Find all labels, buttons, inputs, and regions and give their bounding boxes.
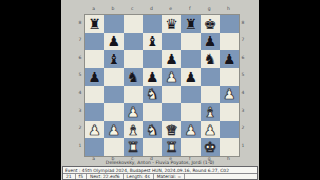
square-d6[interactable]	[143, 50, 162, 68]
square-c6[interactable]	[124, 50, 143, 68]
square-h4[interactable]: ♟	[220, 86, 239, 104]
black-pawn-piece: ♟	[108, 34, 121, 48]
black-knight-piece: ♞	[127, 70, 140, 84]
video-frame: abcdefgh abcdefgh 87654321 87654321 ♜♛♜♚…	[0, 0, 320, 180]
black-rook-piece: ♜	[185, 17, 198, 31]
rank-labels-right: 87654321	[240, 14, 246, 155]
square-a8[interactable]: ♜	[85, 15, 104, 33]
square-h3[interactable]	[220, 103, 239, 121]
square-b2[interactable]: ♟	[104, 121, 123, 139]
square-g8[interactable]: ♚	[201, 15, 220, 33]
rank-label-1: 1	[240, 137, 246, 155]
black-king-piece: ♚	[204, 17, 217, 31]
black-rook-piece: ♜	[88, 17, 101, 31]
file-labels-top: abcdefgh	[84, 7, 238, 12]
square-h1[interactable]	[220, 138, 239, 156]
square-f2[interactable]: ♟	[181, 121, 200, 139]
white-pawn-piece: ♟	[185, 123, 198, 137]
square-g3[interactable]: ♝	[201, 103, 220, 121]
event-line: Event : 45th Olympiad 2024, Budapest HUN…	[63, 167, 257, 174]
rank-label-4: 4	[77, 85, 83, 103]
rank-label-4: 4	[240, 85, 246, 103]
square-f7[interactable]	[181, 33, 200, 51]
square-a4[interactable]	[85, 86, 104, 104]
square-a3[interactable]	[85, 103, 104, 121]
square-e7[interactable]	[162, 33, 181, 51]
white-pawn-piece: ♟	[223, 87, 236, 101]
letterbox-right	[259, 0, 320, 180]
rank-label-7: 7	[240, 32, 246, 50]
white-pawn-piece: ♟	[127, 105, 140, 119]
black-queen-piece: ♛	[165, 17, 178, 31]
rank-label-1: 1	[77, 137, 83, 155]
rank-label-8: 8	[77, 14, 83, 32]
status-cell-3: Length: 4s	[124, 174, 154, 179]
square-a1[interactable]	[85, 138, 104, 156]
square-d8[interactable]	[143, 15, 162, 33]
white-pawn-piece: ♟	[108, 123, 121, 137]
square-e5[interactable]: ♟	[162, 68, 181, 86]
square-e2[interactable]: ♛	[162, 121, 181, 139]
square-f1[interactable]	[181, 138, 200, 156]
square-f3[interactable]	[181, 103, 200, 121]
game-info-box: Event : 45th Olympiad 2024, Budapest HUN…	[62, 166, 258, 180]
status-cell-2: Next: 22.exf6	[87, 174, 124, 179]
black-pawn-piece: ♟	[223, 52, 236, 66]
square-d2[interactable]: ♞	[143, 121, 162, 139]
square-b7[interactable]: ♟	[104, 33, 123, 51]
white-king-piece: ♚	[204, 140, 217, 154]
file-label-h: h	[219, 7, 238, 12]
black-bishop-piece: ♝	[146, 34, 159, 48]
rank-label-3: 3	[77, 102, 83, 120]
black-bishop-piece: ♝	[108, 52, 121, 66]
square-e1[interactable]: ♜	[162, 138, 181, 156]
players-line: Deleskovsky, Anton - Fluvia Poyatos, Jor…	[61, 160, 259, 165]
square-f8[interactable]: ♜	[181, 15, 200, 33]
status-cell-0: 21	[63, 174, 76, 179]
white-knight-piece: ♞	[146, 87, 159, 101]
status-cell-4: Material: =	[154, 174, 185, 179]
square-c4[interactable]	[124, 86, 143, 104]
black-pawn-piece: ♟	[146, 70, 159, 84]
black-pawn-piece: ♟	[204, 34, 217, 48]
file-label-b: b	[103, 7, 122, 12]
file-label-g: g	[200, 7, 219, 12]
square-a6[interactable]	[85, 50, 104, 68]
square-e3[interactable]	[162, 103, 181, 121]
white-knight-piece: ♞	[146, 123, 159, 137]
black-pawn-piece: ♟	[88, 70, 101, 84]
square-d3[interactable]	[143, 103, 162, 121]
square-h2[interactable]	[220, 121, 239, 139]
square-d7[interactable]: ♝	[143, 33, 162, 51]
square-d1[interactable]	[143, 138, 162, 156]
square-c5[interactable]: ♞	[124, 68, 143, 86]
square-b8[interactable]	[104, 15, 123, 33]
chess-board[interactable]: ♜♛♜♚♟♝♟♝♟♞♟♟♞♟♟♟♞♟♟♝♟♟♝♞♛♟♟♜♜♚	[84, 14, 240, 157]
square-a2[interactable]: ♟	[85, 121, 104, 139]
rank-label-5: 5	[240, 67, 246, 85]
file-label-f: f	[180, 7, 199, 12]
file-label-d: d	[142, 7, 161, 12]
file-label-e: e	[161, 7, 180, 12]
black-pawn-piece: ♟	[165, 52, 178, 66]
square-g4[interactable]	[201, 86, 220, 104]
file-label-c: c	[123, 7, 142, 12]
white-queen-piece: ♛	[165, 123, 178, 137]
white-pawn-piece: ♟	[165, 70, 178, 84]
rank-label-6: 6	[77, 49, 83, 67]
square-c3[interactable]: ♟	[124, 103, 143, 121]
square-d4[interactable]: ♞	[143, 86, 162, 104]
white-bishop-piece: ♝	[204, 105, 217, 119]
square-h6[interactable]: ♟	[220, 50, 239, 68]
square-g6[interactable]: ♞	[201, 50, 220, 68]
white-bishop-piece: ♝	[127, 123, 140, 137]
status-cell-1: f5	[76, 174, 87, 179]
square-g5[interactable]	[201, 68, 220, 86]
square-e8[interactable]: ♛	[162, 15, 181, 33]
square-b4[interactable]	[104, 86, 123, 104]
square-c7[interactable]	[124, 33, 143, 51]
black-pawn-piece: ♟	[185, 70, 198, 84]
rank-label-8: 8	[240, 14, 246, 32]
square-c2[interactable]: ♝	[124, 121, 143, 139]
square-f6[interactable]	[181, 50, 200, 68]
square-e6[interactable]: ♟	[162, 50, 181, 68]
chessboard-panel: abcdefgh abcdefgh 87654321 87654321 ♜♛♜♚…	[61, 0, 259, 180]
square-g2[interactable]: ♟	[201, 121, 220, 139]
square-b1[interactable]	[104, 138, 123, 156]
rank-label-6: 6	[240, 49, 246, 67]
rank-label-5: 5	[77, 67, 83, 85]
square-a5[interactable]: ♟	[85, 68, 104, 86]
square-b5[interactable]	[104, 68, 123, 86]
square-c1[interactable]: ♜	[124, 138, 143, 156]
rank-label-2: 2	[77, 120, 83, 138]
white-pawn-piece: ♟	[204, 123, 217, 137]
rank-label-7: 7	[77, 32, 83, 50]
square-d5[interactable]: ♟	[143, 68, 162, 86]
square-b3[interactable]	[104, 103, 123, 121]
white-rook-piece: ♜	[165, 140, 178, 154]
square-b6[interactable]: ♝	[104, 50, 123, 68]
white-rook-piece: ♜	[127, 140, 140, 154]
square-c8[interactable]	[124, 15, 143, 33]
black-knight-piece: ♞	[204, 52, 217, 66]
letterbox-left	[0, 0, 61, 180]
square-h7[interactable]	[220, 33, 239, 51]
square-g7[interactable]: ♟	[201, 33, 220, 51]
rank-label-2: 2	[240, 120, 246, 138]
white-pawn-piece: ♟	[88, 123, 101, 137]
file-label-a: a	[84, 7, 103, 12]
square-f4[interactable]	[181, 86, 200, 104]
square-g1[interactable]: ♚	[201, 138, 220, 156]
square-e4[interactable]	[162, 86, 181, 104]
move-status-bar: 21f5Next: 22.exf6Length: 4sMaterial: =	[63, 174, 257, 179]
square-h5[interactable]	[220, 68, 239, 86]
square-h8[interactable]	[220, 15, 239, 33]
square-f5[interactable]: ♟	[181, 68, 200, 86]
rank-label-3: 3	[240, 102, 246, 120]
square-a7[interactable]	[85, 33, 104, 51]
rank-labels-left: 87654321	[77, 14, 83, 155]
